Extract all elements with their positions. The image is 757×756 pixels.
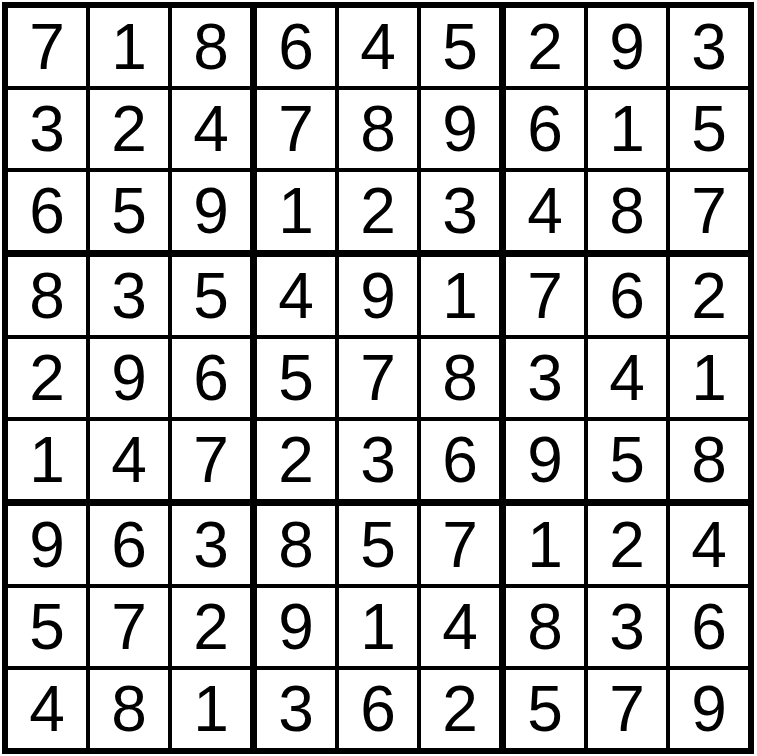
cell-r6c5[interactable]: 3 — [339, 421, 417, 499]
cell-r2c1[interactable]: 3 — [8, 90, 86, 168]
cell-r3c6[interactable]: 3 — [421, 172, 499, 250]
sudoku-box-8: 857914362 — [257, 506, 499, 748]
cell-r9c2[interactable]: 8 — [90, 670, 168, 748]
sudoku-box-2: 645789123 — [257, 8, 499, 250]
cell-r6c2[interactable]: 4 — [90, 421, 168, 499]
cell-r6c7[interactable]: 9 — [506, 421, 584, 499]
cell-r3c9[interactable]: 7 — [670, 172, 748, 250]
cell-r1c9[interactable]: 3 — [670, 8, 748, 86]
cell-r7c4[interactable]: 8 — [257, 506, 335, 584]
cell-r8c8[interactable]: 3 — [588, 588, 666, 666]
sudoku-box-6: 762341958 — [506, 257, 748, 499]
cell-r1c4[interactable]: 6 — [257, 8, 335, 86]
cell-r5c9[interactable]: 1 — [670, 339, 748, 417]
cell-r9c4[interactable]: 3 — [257, 670, 335, 748]
cell-r9c5[interactable]: 6 — [339, 670, 417, 748]
cell-r4c8[interactable]: 6 — [588, 257, 666, 335]
cell-r2c8[interactable]: 1 — [588, 90, 666, 168]
cell-r3c5[interactable]: 2 — [339, 172, 417, 250]
cell-r7c5[interactable]: 5 — [339, 506, 417, 584]
cell-r4c4[interactable]: 4 — [257, 257, 335, 335]
cell-r6c8[interactable]: 5 — [588, 421, 666, 499]
cell-r4c9[interactable]: 2 — [670, 257, 748, 335]
sudoku-board: 7183246596457891232936154878352961474915… — [2, 2, 754, 754]
cell-r7c8[interactable]: 2 — [588, 506, 666, 584]
cell-r9c8[interactable]: 7 — [588, 670, 666, 748]
cell-r6c4[interactable]: 2 — [257, 421, 335, 499]
cell-r2c9[interactable]: 5 — [670, 90, 748, 168]
cell-r4c7[interactable]: 7 — [506, 257, 584, 335]
cell-r3c2[interactable]: 5 — [90, 172, 168, 250]
cell-r5c8[interactable]: 4 — [588, 339, 666, 417]
cell-r7c1[interactable]: 9 — [8, 506, 86, 584]
cell-r8c3[interactable]: 2 — [172, 588, 250, 666]
cell-r8c4[interactable]: 9 — [257, 588, 335, 666]
cell-r8c5[interactable]: 1 — [339, 588, 417, 666]
cell-r9c9[interactable]: 9 — [670, 670, 748, 748]
cell-r2c2[interactable]: 2 — [90, 90, 168, 168]
cell-r2c7[interactable]: 6 — [506, 90, 584, 168]
sudoku-box-9: 124836579 — [506, 506, 748, 748]
cell-r6c9[interactable]: 8 — [670, 421, 748, 499]
cell-r7c2[interactable]: 6 — [90, 506, 168, 584]
cell-r9c7[interactable]: 5 — [506, 670, 584, 748]
sudoku-box-1: 718324659 — [8, 8, 250, 250]
cell-r9c1[interactable]: 4 — [8, 670, 86, 748]
cell-r6c6[interactable]: 6 — [421, 421, 499, 499]
cell-r4c1[interactable]: 8 — [8, 257, 86, 335]
cell-r1c8[interactable]: 9 — [588, 8, 666, 86]
cell-r3c4[interactable]: 1 — [257, 172, 335, 250]
cell-r8c6[interactable]: 4 — [421, 588, 499, 666]
cell-r5c2[interactable]: 9 — [90, 339, 168, 417]
cell-r2c5[interactable]: 8 — [339, 90, 417, 168]
cell-r3c1[interactable]: 6 — [8, 172, 86, 250]
cell-r5c4[interactable]: 5 — [257, 339, 335, 417]
cell-r2c4[interactable]: 7 — [257, 90, 335, 168]
cell-r1c5[interactable]: 4 — [339, 8, 417, 86]
cell-r7c3[interactable]: 3 — [172, 506, 250, 584]
cell-r5c1[interactable]: 2 — [8, 339, 86, 417]
cell-r4c5[interactable]: 9 — [339, 257, 417, 335]
cell-r5c6[interactable]: 8 — [421, 339, 499, 417]
cell-r1c7[interactable]: 2 — [506, 8, 584, 86]
cell-r7c7[interactable]: 1 — [506, 506, 584, 584]
cell-r6c3[interactable]: 7 — [172, 421, 250, 499]
cell-r5c3[interactable]: 6 — [172, 339, 250, 417]
sudoku-box-7: 963572481 — [8, 506, 250, 748]
cell-r4c2[interactable]: 3 — [90, 257, 168, 335]
sudoku-box-5: 491578236 — [257, 257, 499, 499]
sudoku-box-4: 835296147 — [8, 257, 250, 499]
cell-r2c3[interactable]: 4 — [172, 90, 250, 168]
cell-r1c1[interactable]: 7 — [8, 8, 86, 86]
cell-r5c7[interactable]: 3 — [506, 339, 584, 417]
cell-r9c3[interactable]: 1 — [172, 670, 250, 748]
cell-r8c9[interactable]: 6 — [670, 588, 748, 666]
cell-r8c2[interactable]: 7 — [90, 588, 168, 666]
cell-r9c6[interactable]: 2 — [421, 670, 499, 748]
cell-r4c6[interactable]: 1 — [421, 257, 499, 335]
cell-r6c1[interactable]: 1 — [8, 421, 86, 499]
cell-r5c5[interactable]: 7 — [339, 339, 417, 417]
cell-r2c6[interactable]: 9 — [421, 90, 499, 168]
cell-r8c7[interactable]: 8 — [506, 588, 584, 666]
cell-r7c9[interactable]: 4 — [670, 506, 748, 584]
cell-r3c3[interactable]: 9 — [172, 172, 250, 250]
cell-r3c7[interactable]: 4 — [506, 172, 584, 250]
sudoku-box-3: 293615487 — [506, 8, 748, 250]
cell-r4c3[interactable]: 5 — [172, 257, 250, 335]
cell-r3c8[interactable]: 8 — [588, 172, 666, 250]
cell-r1c2[interactable]: 1 — [90, 8, 168, 86]
cell-r7c6[interactable]: 7 — [421, 506, 499, 584]
cell-r1c3[interactable]: 8 — [172, 8, 250, 86]
cell-r1c6[interactable]: 5 — [421, 8, 499, 86]
cell-r8c1[interactable]: 5 — [8, 588, 86, 666]
